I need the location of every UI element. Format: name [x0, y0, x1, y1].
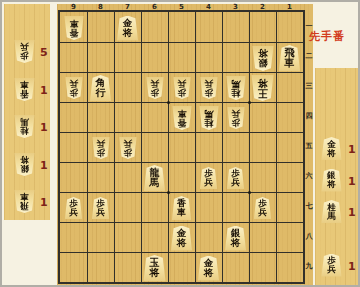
piece-kanji: 兵: [150, 79, 159, 88]
square-72[interactable]: [114, 42, 141, 72]
shogi-app: 先手番 987654321一二三四五六七八九香車銀将歩兵歩兵歩兵歩兵桂馬王将香車…: [0, 0, 360, 287]
rank-label-6: 六: [305, 173, 313, 180]
square-26[interactable]: [249, 162, 276, 192]
square-99[interactable]: [60, 252, 87, 282]
square-78[interactable]: [114, 222, 141, 252]
piece-kanji: 銀: [258, 58, 268, 68]
square-29[interactable]: [249, 252, 276, 282]
square-42[interactable]: [195, 42, 222, 72]
piece-rook-12[interactable]: 飛車: [279, 45, 301, 71]
square-88[interactable]: [87, 222, 114, 252]
piece-pawn-97[interactable]: 歩兵: [65, 197, 83, 219]
hand-count-gote-飛車: 1: [40, 197, 48, 208]
piece-kanji: 馬: [231, 79, 240, 89]
square-41[interactable]: [195, 12, 222, 42]
piece-kanji: 兵: [96, 208, 105, 217]
square-84[interactable]: [87, 102, 114, 132]
piece-kanji: 王: [258, 88, 268, 99]
file-label-3: 3: [222, 4, 249, 11]
piece-kanji: 歩: [177, 88, 186, 97]
piece-kanji: 兵: [204, 79, 213, 88]
piece-kanji: 兵: [123, 139, 132, 148]
hand-count-gote-桂馬: 1: [40, 122, 48, 133]
piece-kanji: 歩: [204, 88, 213, 97]
square-92[interactable]: [60, 42, 87, 72]
square-82[interactable]: [87, 42, 114, 72]
piece-kanji: 将: [327, 180, 336, 189]
hand-piece-gote-歩兵[interactable]: 歩兵: [14, 40, 35, 63]
piece-kanji: 将: [123, 28, 133, 38]
piece-kanji: 車: [285, 58, 295, 69]
square-95[interactable]: [60, 132, 87, 162]
piece-kanji: 兵: [231, 178, 240, 187]
square-55[interactable]: [168, 132, 195, 162]
square-11[interactable]: [276, 12, 303, 42]
square-79[interactable]: [114, 252, 141, 282]
piece-kanji: 将: [258, 48, 268, 58]
hand-count-gote-香車: 1: [40, 85, 48, 96]
piece-silver-38[interactable]: 銀将: [225, 226, 247, 251]
hand-piece-sente-歩兵[interactable]: 歩兵: [321, 254, 342, 277]
square-48[interactable]: [195, 222, 222, 252]
piece-king-23[interactable]: 王将: [251, 75, 274, 101]
piece-kanji: 兵: [96, 139, 105, 148]
rank-label-7: 七: [305, 203, 313, 210]
hand-count-sente-歩兵: 1: [348, 261, 356, 272]
piece-kanji: 将: [20, 155, 29, 164]
square-65[interactable]: [141, 132, 168, 162]
file-label-2: 2: [249, 4, 276, 11]
piece-kanji: 車: [177, 109, 186, 119]
hand-piece-gote-銀将[interactable]: 銀将: [14, 153, 35, 176]
piece-kanji: 桂: [231, 88, 240, 98]
file-label-8: 8: [87, 4, 114, 11]
square-28[interactable]: [249, 222, 276, 252]
piece-kanji: 兵: [69, 79, 78, 88]
square-89[interactable]: [87, 252, 114, 282]
piece-pawn-46[interactable]: 歩兵: [200, 167, 218, 189]
square-19[interactable]: [276, 252, 303, 282]
square-73[interactable]: [114, 72, 141, 102]
hand-piece-gote-飛車[interactable]: 飛車: [14, 190, 35, 213]
piece-pawn-36[interactable]: 歩兵: [227, 167, 245, 189]
piece-kanji: 歩: [96, 148, 105, 157]
square-81[interactable]: [87, 12, 114, 42]
piece-kanji: 兵: [258, 208, 267, 217]
piece-kanji: 車: [20, 80, 29, 89]
square-32[interactable]: [222, 42, 249, 72]
hand-count-sente-桂馬: 1: [348, 207, 356, 218]
file-label-1: 1: [276, 4, 303, 11]
square-51[interactable]: [168, 12, 195, 42]
piece-kanji: 飛: [20, 202, 29, 211]
file-label-7: 7: [114, 4, 141, 11]
hand-piece-sente-金将[interactable]: 金将: [321, 137, 342, 160]
piece-king-69[interactable]: 玉将: [143, 255, 166, 281]
file-label-4: 4: [195, 4, 222, 11]
piece-gold-71[interactable]: 金将: [117, 16, 139, 41]
piece-kanji: 歩: [123, 148, 132, 157]
piece-pawn-87[interactable]: 歩兵: [92, 197, 110, 219]
hand-piece-sente-銀将[interactable]: 銀将: [321, 169, 342, 192]
piece-kanji: 馬: [20, 118, 29, 127]
piece-kanji: 香: [20, 89, 29, 98]
square-52[interactable]: [168, 42, 195, 72]
hand-count-gote-歩兵: 5: [40, 47, 48, 58]
file-label-5: 5: [168, 4, 195, 11]
square-25[interactable]: [249, 132, 276, 162]
piece-kanji: 歩: [69, 88, 78, 97]
file-label-9: 9: [60, 4, 87, 11]
square-31[interactable]: [222, 12, 249, 42]
piece-kanji: 将: [258, 78, 268, 89]
piece-kanji: 桂: [20, 127, 29, 136]
square-74[interactable]: [114, 102, 141, 132]
piece-promoted-bishop-66[interactable]: 龍馬: [144, 165, 166, 191]
rank-label-4: 四: [305, 113, 313, 120]
piece-gold-58[interactable]: 金将: [171, 226, 193, 251]
square-56[interactable]: [168, 162, 195, 192]
hand-count-sente-銀将: 1: [348, 176, 356, 187]
piece-kanji: 行: [96, 88, 106, 99]
file-label-6: 6: [141, 4, 168, 11]
piece-kanji: 将: [327, 149, 336, 158]
piece-kanji: 将: [231, 238, 241, 248]
piece-kanji: 馬: [150, 178, 160, 189]
piece-kanji: 兵: [231, 109, 240, 118]
square-35[interactable]: [222, 132, 249, 162]
piece-kanji: 兵: [327, 265, 336, 274]
square-37[interactable]: [222, 192, 249, 222]
square-21[interactable]: [249, 12, 276, 42]
square-17[interactable]: [276, 192, 303, 222]
rank-label-5: 五: [305, 143, 313, 150]
hand-count-sente-金将: 1: [348, 144, 356, 155]
square-76[interactable]: [114, 162, 141, 192]
piece-gold-49[interactable]: 金将: [198, 256, 220, 281]
square-13[interactable]: [276, 72, 303, 102]
piece-kanji: 将: [204, 268, 214, 278]
piece-kanji: 将: [177, 238, 187, 248]
hand-piece-gote-桂馬[interactable]: 桂馬: [14, 115, 35, 138]
piece-kanji: 車: [69, 19, 78, 29]
square-59[interactable]: [168, 252, 195, 282]
piece-kanji: 香: [177, 118, 186, 128]
rank-label-2: 二: [305, 53, 313, 60]
piece-kanji: 馬: [327, 212, 336, 221]
square-39[interactable]: [222, 252, 249, 282]
piece-lance-57[interactable]: 香車: [172, 196, 192, 220]
hand-piece-gote-香車[interactable]: 香車: [14, 78, 35, 101]
square-16[interactable]: [276, 162, 303, 192]
square-98[interactable]: [60, 222, 87, 252]
square-94[interactable]: [60, 102, 87, 132]
piece-kanji: 銀: [20, 164, 29, 173]
rank-label-1: 一: [305, 23, 313, 30]
square-61[interactable]: [141, 12, 168, 42]
piece-kanji: 歩: [231, 118, 240, 127]
square-64[interactable]: [141, 102, 168, 132]
piece-kanji: 車: [20, 193, 29, 202]
hand-piece-sente-桂馬[interactable]: 桂馬: [321, 200, 342, 223]
piece-kanji: 歩: [150, 88, 159, 97]
square-86[interactable]: [87, 162, 114, 192]
rank-label-9: 九: [305, 263, 313, 270]
piece-kanji: 兵: [69, 208, 78, 217]
piece-kanji: 馬: [204, 109, 213, 119]
piece-pawn-27[interactable]: 歩兵: [254, 197, 272, 219]
square-18[interactable]: [276, 222, 303, 252]
square-14[interactable]: [276, 102, 303, 132]
rank-label-3: 三: [305, 83, 313, 90]
square-67[interactable]: [141, 192, 168, 222]
square-47[interactable]: [195, 192, 222, 222]
piece-kanji: 将: [150, 268, 160, 279]
piece-kanji: 兵: [20, 43, 29, 52]
square-45[interactable]: [195, 132, 222, 162]
hand-count-gote-銀将: 1: [40, 160, 48, 171]
square-62[interactable]: [141, 42, 168, 72]
piece-bishop-83[interactable]: 角行: [90, 75, 112, 101]
piece-kanji: 歩: [20, 52, 29, 61]
piece-kanji: 兵: [177, 79, 186, 88]
square-24[interactable]: [249, 102, 276, 132]
piece-kanji: 車: [177, 208, 186, 218]
piece-kanji: 香: [69, 28, 78, 38]
square-15[interactable]: [276, 132, 303, 162]
piece-kanji: 桂: [204, 118, 213, 128]
piece-kanji: 兵: [204, 178, 213, 187]
square-68[interactable]: [141, 222, 168, 252]
square-96[interactable]: [60, 162, 87, 192]
rank-label-8: 八: [305, 233, 313, 240]
square-77[interactable]: [114, 192, 141, 222]
